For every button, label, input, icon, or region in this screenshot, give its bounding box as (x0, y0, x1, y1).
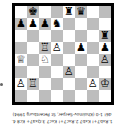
square-g1[interactable] (87, 90, 99, 102)
square-d6[interactable] (51, 30, 63, 42)
white-pawn-h4: ♙ (100, 54, 110, 66)
square-d1[interactable] (51, 90, 63, 102)
white-rook-b2: ♖ (28, 78, 38, 90)
black-rook-e8: ♜ (64, 6, 74, 18)
square-c4[interactable]: ♘ (39, 54, 51, 66)
white-king-h2: ♔ (100, 78, 110, 90)
square-g2[interactable]: ♙ (87, 78, 99, 90)
square-f5[interactable]: ♟ (75, 42, 87, 54)
square-e2[interactable] (63, 78, 75, 90)
square-e3[interactable]: ♙ (63, 66, 75, 78)
square-c6[interactable] (39, 30, 51, 42)
white-pawn-e3: ♙ (64, 66, 74, 78)
square-h3[interactable] (99, 66, 111, 78)
chess-board: ♚♜♛♟♟♟♞♜♖♙♟♟♕♘♙♙♙♖♙♔ (12, 3, 114, 105)
board-grid: ♚♜♛♟♟♟♞♜♖♙♟♟♕♘♙♙♙♖♙♔ (15, 6, 111, 102)
black-pawn-h5: ♟ (100, 42, 110, 54)
square-f2[interactable] (75, 78, 87, 90)
square-a2[interactable]: ♙ (15, 78, 27, 90)
black-knight-d7: ♞ (52, 18, 62, 30)
square-g6[interactable] (87, 30, 99, 42)
print-artifact-dot (0, 83, 3, 86)
white-pawn-d5: ♙ (52, 42, 62, 54)
caption-line-1: 1.Rxb7+! Kxb7 2.Rxc7+! Kxc7 3.Qxa7+ Kc8 … (0, 118, 124, 125)
white-pawn-g2: ♙ (88, 78, 98, 90)
black-pawn-c7: ♟ (40, 18, 50, 30)
square-d2[interactable] (51, 78, 63, 90)
caption-line-2: d6! 1-0 (Kholmov-Serper, St Petersburg 1… (0, 111, 124, 118)
square-g8[interactable] (87, 6, 99, 18)
square-c5[interactable]: ♖ (39, 42, 51, 54)
square-g4[interactable] (87, 54, 99, 66)
square-e7[interactable] (63, 18, 75, 30)
square-b3[interactable] (27, 66, 39, 78)
square-c3[interactable] (39, 66, 51, 78)
square-h2[interactable]: ♔ (99, 78, 111, 90)
square-h6[interactable]: ♜ (99, 30, 111, 42)
square-c8[interactable] (39, 6, 51, 18)
square-e6[interactable] (63, 30, 75, 42)
square-e5[interactable] (63, 42, 75, 54)
square-a5[interactable] (15, 42, 27, 54)
square-d3[interactable] (51, 66, 63, 78)
square-h8[interactable] (99, 6, 111, 18)
square-c7[interactable]: ♟ (39, 18, 51, 30)
square-c2[interactable] (39, 78, 51, 90)
square-h1[interactable] (99, 90, 111, 102)
white-pawn-a2: ♙ (16, 78, 26, 90)
square-a4[interactable]: ♕ (15, 54, 27, 66)
square-f3[interactable] (75, 66, 87, 78)
white-queen-a4: ♕ (16, 54, 26, 66)
game-caption: 1.Rxb7+! Kxb7 2.Rxc7+! Kxc7 3.Qxa7+ Kc8 … (0, 111, 124, 125)
square-g3[interactable] (87, 66, 99, 78)
square-b6[interactable] (27, 30, 39, 42)
black-pawn-a7: ♟ (16, 18, 26, 30)
square-b8[interactable]: ♚ (27, 6, 39, 18)
square-a1[interactable] (15, 90, 27, 102)
square-a8[interactable] (15, 6, 27, 18)
square-h5[interactable]: ♟ (99, 42, 111, 54)
square-b1[interactable] (27, 90, 39, 102)
black-pawn-b7: ♟ (28, 18, 38, 30)
square-b7[interactable]: ♟ (27, 18, 39, 30)
black-king-b8: ♚ (28, 6, 38, 18)
square-g5[interactable] (87, 42, 99, 54)
square-g7[interactable] (87, 18, 99, 30)
square-a3[interactable] (15, 66, 27, 78)
square-d8[interactable] (51, 6, 63, 18)
square-f1[interactable] (75, 90, 87, 102)
page: ♚♜♛♟♟♟♞♜♖♙♟♟♕♘♙♙♙♖♙♔ 1.Rxb7+! Kxb7 2.Rxc… (0, 0, 124, 131)
white-knight-c4: ♘ (40, 54, 50, 66)
square-f7[interactable] (75, 18, 87, 30)
white-rook-c5: ♖ (40, 42, 50, 54)
square-e4[interactable] (63, 54, 75, 66)
square-b2[interactable]: ♖ (27, 78, 39, 90)
square-c1[interactable] (39, 90, 51, 102)
square-f8[interactable]: ♛ (75, 6, 87, 18)
square-a7[interactable]: ♟ (15, 18, 27, 30)
square-h7[interactable] (99, 18, 111, 30)
square-d7[interactable]: ♞ (51, 18, 63, 30)
square-d4[interactable] (51, 54, 63, 66)
square-e8[interactable]: ♜ (63, 6, 75, 18)
black-pawn-f5: ♟ (76, 42, 86, 54)
square-f6[interactable] (75, 30, 87, 42)
black-rook-h6: ♜ (100, 30, 110, 42)
black-queen-f8: ♛ (76, 6, 86, 18)
square-h4[interactable]: ♙ (99, 54, 111, 66)
square-b4[interactable] (27, 54, 39, 66)
square-a6[interactable] (15, 30, 27, 42)
square-d5[interactable]: ♙ (51, 42, 63, 54)
square-e1[interactable] (63, 90, 75, 102)
square-f4[interactable] (75, 54, 87, 66)
square-b5[interactable] (27, 42, 39, 54)
